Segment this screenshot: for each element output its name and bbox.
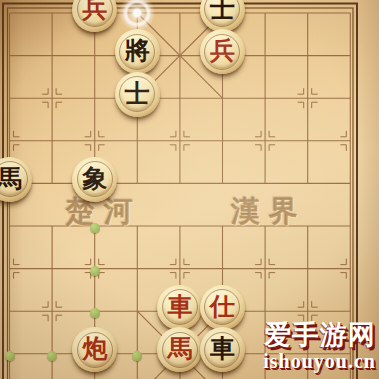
red-chariot[interactable]: 車 <box>157 285 202 330</box>
piece-character: 馬 <box>0 166 22 191</box>
move-hint-dot[interactable] <box>47 351 57 361</box>
move-hint-dot[interactable] <box>132 351 142 361</box>
piece-character: 兵 <box>210 38 235 63</box>
piece-character: 士 <box>125 81 150 106</box>
piece-character: 將 <box>125 38 150 63</box>
piece-character: 士 <box>210 0 235 21</box>
black-advisor[interactable]: 士 <box>115 72 160 117</box>
move-hint-dot[interactable] <box>90 223 100 233</box>
black-advisor[interactable]: 士 <box>200 0 245 32</box>
last-move-glow-marker <box>119 0 155 31</box>
watermark-site-url: ishouyou.cn <box>263 351 376 371</box>
watermark: 爱手游网 ishouyou.cn <box>263 321 376 371</box>
move-hint-dot[interactable] <box>90 266 100 276</box>
piece-character: 仕 <box>210 294 235 319</box>
piece-character: 象 <box>82 166 107 191</box>
black-horse[interactable]: 馬 <box>0 157 32 202</box>
red-cannon[interactable]: 炮 <box>72 327 117 372</box>
red-soldier[interactable]: 兵 <box>200 29 245 74</box>
piece-character: 車 <box>210 336 235 361</box>
piece-character: 兵 <box>82 0 107 21</box>
red-advisor[interactable]: 仕 <box>200 285 245 330</box>
black-general[interactable]: 將 <box>115 29 160 74</box>
red-soldier[interactable]: 兵 <box>72 0 117 32</box>
xiangqi-game-screenshot: 楚河 漢界 兵士將兵士馬象車仕炮馬車 爱手游网 ishouyou.cn <box>0 0 379 379</box>
watermark-site-name: 爱手游网 <box>263 321 376 348</box>
black-chariot[interactable]: 車 <box>200 327 245 372</box>
move-hint-dot[interactable] <box>5 351 15 361</box>
black-elephant[interactable]: 象 <box>72 157 117 202</box>
move-hint-dot[interactable] <box>90 308 100 318</box>
red-horse[interactable]: 馬 <box>157 327 202 372</box>
piece-character: 炮 <box>82 336 107 361</box>
piece-character: 馬 <box>167 336 192 361</box>
piece-character: 車 <box>167 294 192 319</box>
